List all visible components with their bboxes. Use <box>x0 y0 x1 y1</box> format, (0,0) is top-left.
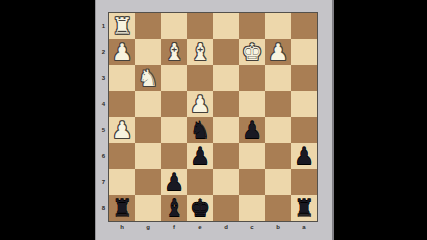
piece-wK-c2: ♚ <box>242 39 263 65</box>
piece-wP-h5: ♟ <box>112 117 133 143</box>
square-e8[interactable]: ♚ <box>187 195 213 221</box>
piece-bN-e5: ♞ <box>190 117 211 143</box>
piece-bP-a6: ♟ <box>294 143 315 169</box>
square-b8[interactable] <box>265 195 291 221</box>
piece-bR-a8: ♜ <box>294 195 315 221</box>
square-h3[interactable] <box>109 65 135 91</box>
square-b6[interactable] <box>265 143 291 169</box>
square-f3[interactable] <box>161 65 187 91</box>
chess-board: ♜♟♝♝♚♟♞♟♟♞♟♟♟♟♜♝♚♜ <box>108 12 318 222</box>
square-g1[interactable] <box>135 13 161 39</box>
square-b3[interactable] <box>265 65 291 91</box>
square-f6[interactable] <box>161 143 187 169</box>
square-d6[interactable] <box>213 143 239 169</box>
square-c8[interactable] <box>239 195 265 221</box>
piece-wN-g3: ♞ <box>138 65 159 91</box>
square-g3[interactable]: ♞ <box>135 65 161 91</box>
piece-wP-e4: ♟ <box>190 91 211 117</box>
file-label-g: g <box>135 222 161 234</box>
piece-bP-e6: ♟ <box>190 143 211 169</box>
square-g8[interactable] <box>135 195 161 221</box>
rank-label-4: 4 <box>95 91 106 117</box>
square-c4[interactable] <box>239 91 265 117</box>
square-d8[interactable] <box>213 195 239 221</box>
rank-label-5: 5 <box>95 117 106 143</box>
piece-wB-e2: ♝ <box>190 39 211 65</box>
file-label-d: d <box>213 222 239 234</box>
square-a8[interactable]: ♜ <box>291 195 317 221</box>
piece-bB-f8: ♝ <box>164 195 185 221</box>
square-g2[interactable] <box>135 39 161 65</box>
rank-label-2: 2 <box>95 39 106 65</box>
piece-wB-f2: ♝ <box>164 39 185 65</box>
square-e1[interactable] <box>187 13 213 39</box>
square-e6[interactable]: ♟ <box>187 143 213 169</box>
square-d4[interactable] <box>213 91 239 117</box>
piece-bP-f7: ♟ <box>164 169 185 195</box>
rank-label-3: 3 <box>95 65 106 91</box>
square-e2[interactable]: ♝ <box>187 39 213 65</box>
square-b5[interactable] <box>265 117 291 143</box>
square-d3[interactable] <box>213 65 239 91</box>
square-c3[interactable] <box>239 65 265 91</box>
file-labels: hgfedcba <box>109 222 317 234</box>
square-c5[interactable]: ♟ <box>239 117 265 143</box>
square-b4[interactable] <box>265 91 291 117</box>
square-a1[interactable] <box>291 13 317 39</box>
square-d1[interactable] <box>213 13 239 39</box>
piece-bR-h8: ♜ <box>112 195 133 221</box>
square-c7[interactable] <box>239 169 265 195</box>
piece-wR-h1: ♜ <box>112 13 133 39</box>
rank-label-7: 7 <box>95 169 106 195</box>
square-b7[interactable] <box>265 169 291 195</box>
file-label-b: b <box>265 222 291 234</box>
board-panel: 12345678 ♜♟♝♝♚♟♞♟♟♞♟♟♟♟♜♝♚♜ hgfedcba <box>95 0 334 240</box>
piece-wP-h2: ♟ <box>112 39 133 65</box>
square-f8[interactable]: ♝ <box>161 195 187 221</box>
rank-label-8: 8 <box>95 195 106 221</box>
file-label-c: c <box>239 222 265 234</box>
square-f2[interactable]: ♝ <box>161 39 187 65</box>
square-f5[interactable] <box>161 117 187 143</box>
square-g7[interactable] <box>135 169 161 195</box>
piece-bP-c5: ♟ <box>242 117 263 143</box>
square-a4[interactable] <box>291 91 317 117</box>
rank-label-6: 6 <box>95 143 106 169</box>
square-f4[interactable] <box>161 91 187 117</box>
square-e5[interactable]: ♞ <box>187 117 213 143</box>
square-h7[interactable] <box>109 169 135 195</box>
square-e4[interactable]: ♟ <box>187 91 213 117</box>
square-h1[interactable]: ♜ <box>109 13 135 39</box>
square-h4[interactable] <box>109 91 135 117</box>
square-a7[interactable] <box>291 169 317 195</box>
square-h5[interactable]: ♟ <box>109 117 135 143</box>
piece-bK-e8: ♚ <box>190 195 211 221</box>
file-label-a: a <box>291 222 317 234</box>
rank-label-1: 1 <box>95 13 106 39</box>
square-g4[interactable] <box>135 91 161 117</box>
square-d7[interactable] <box>213 169 239 195</box>
square-c2[interactable]: ♚ <box>239 39 265 65</box>
square-h6[interactable] <box>109 143 135 169</box>
square-b1[interactable] <box>265 13 291 39</box>
square-g6[interactable] <box>135 143 161 169</box>
square-e3[interactable] <box>187 65 213 91</box>
square-a3[interactable] <box>291 65 317 91</box>
square-b2[interactable]: ♟ <box>265 39 291 65</box>
square-e7[interactable] <box>187 169 213 195</box>
square-g5[interactable] <box>135 117 161 143</box>
square-c6[interactable] <box>239 143 265 169</box>
square-f7[interactable]: ♟ <box>161 169 187 195</box>
piece-wP-b2: ♟ <box>268 39 289 65</box>
file-label-f: f <box>161 222 187 234</box>
square-d5[interactable] <box>213 117 239 143</box>
square-d2[interactable] <box>213 39 239 65</box>
file-label-h: h <box>109 222 135 234</box>
square-a6[interactable]: ♟ <box>291 143 317 169</box>
square-f1[interactable] <box>161 13 187 39</box>
square-a5[interactable] <box>291 117 317 143</box>
square-a2[interactable] <box>291 39 317 65</box>
square-h8[interactable]: ♜ <box>109 195 135 221</box>
file-label-e: e <box>187 222 213 234</box>
square-c1[interactable] <box>239 13 265 39</box>
square-h2[interactable]: ♟ <box>109 39 135 65</box>
